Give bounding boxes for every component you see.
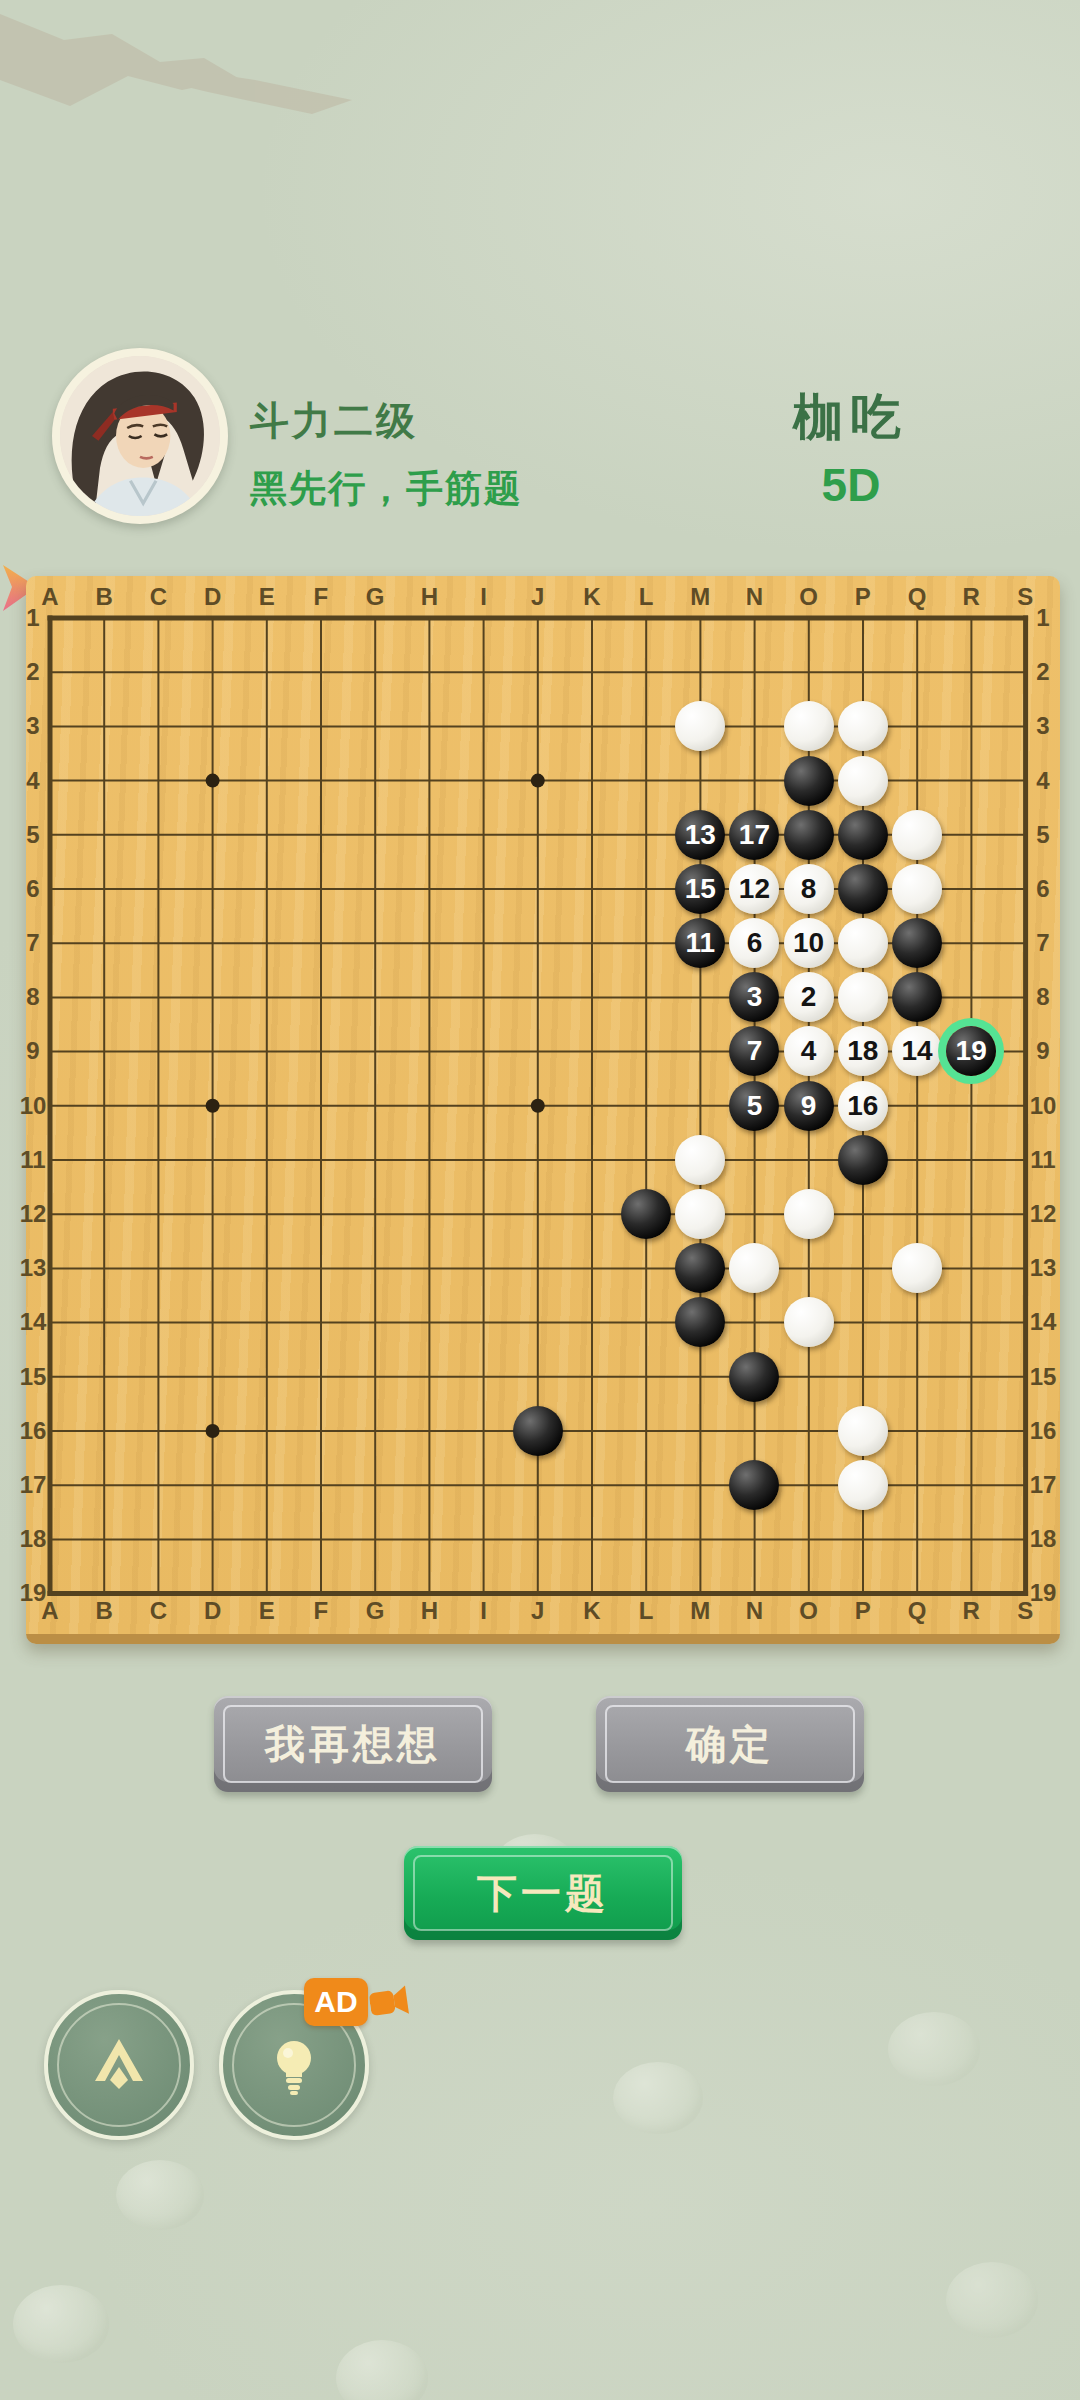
stone-O4 xyxy=(784,756,834,806)
stone-N17 xyxy=(729,1460,779,1510)
think-again-button[interactable]: 我再想想 xyxy=(214,1696,492,1792)
stone-O8: 2 xyxy=(784,972,834,1022)
player-strength-title: 斗力二级 xyxy=(250,394,418,448)
stone-M14 xyxy=(675,1297,725,1347)
ad-video-camera-icon xyxy=(367,1979,412,2024)
next-problem-button[interactable]: 下一题 xyxy=(404,1846,682,1940)
stone-N10: 5 xyxy=(729,1081,779,1131)
stone-N9: 7 xyxy=(729,1026,779,1076)
stone-P8 xyxy=(838,972,888,1022)
stone-P10: 16 xyxy=(838,1081,888,1131)
stone-M3 xyxy=(675,701,725,751)
decor-stone xyxy=(888,2012,980,2086)
decor-stone xyxy=(116,2160,204,2230)
decor-stone xyxy=(13,2285,109,2363)
stone-P16 xyxy=(838,1406,888,1456)
stone-O10: 9 xyxy=(784,1081,834,1131)
stone-N7: 6 xyxy=(729,918,779,968)
stone-N5: 17 xyxy=(729,810,779,860)
stone-O6: 8 xyxy=(784,864,834,914)
stone-P4 xyxy=(838,756,888,806)
stone-O9: 4 xyxy=(784,1026,834,1076)
go-board[interactable]: ABCDEFGHIJKLMNOPQRS ABCDEFGHIJKLMNOPQRS … xyxy=(26,576,1060,1644)
stone-L12 xyxy=(621,1189,671,1239)
stone-O12 xyxy=(784,1189,834,1239)
stone-M13 xyxy=(675,1243,725,1293)
stone-N13 xyxy=(729,1243,779,1293)
stone-Q9: 14 xyxy=(892,1026,942,1076)
stone-R9: 19 xyxy=(946,1026,996,1076)
stone-P6 xyxy=(838,864,888,914)
stone-M7: 11 xyxy=(675,918,725,968)
mountain-arrow-icon xyxy=(82,2033,156,2097)
stone-Q5 xyxy=(892,810,942,860)
stone-J16 xyxy=(513,1406,563,1456)
confirm-button[interactable]: 确定 xyxy=(596,1696,864,1792)
stone-Q8 xyxy=(892,972,942,1022)
lightbulb-icon xyxy=(262,2033,326,2097)
stone-Q6 xyxy=(892,864,942,914)
stone-N15 xyxy=(729,1352,779,1402)
stone-N6: 12 xyxy=(729,864,779,914)
rank-up-button[interactable] xyxy=(44,1990,194,2140)
stone-Q13 xyxy=(892,1243,942,1293)
stone-P17 xyxy=(838,1460,888,1510)
stone-P5 xyxy=(838,810,888,860)
stone-P11 xyxy=(838,1135,888,1185)
avatar-portrait xyxy=(60,356,220,516)
branch-watermark xyxy=(0,0,420,180)
stone-P3 xyxy=(838,701,888,751)
decor-stone xyxy=(336,2340,428,2400)
stone-O14 xyxy=(784,1297,834,1347)
problem-type: 枷吃 xyxy=(756,384,946,451)
stone-O3 xyxy=(784,701,834,751)
stone-M12 xyxy=(675,1189,725,1239)
task-description: 黑先行，手筋题 xyxy=(250,464,523,514)
stone-N8: 3 xyxy=(729,972,779,1022)
avatar[interactable] xyxy=(52,348,228,524)
ad-label: AD xyxy=(314,1985,357,2019)
stones-layer: 1317151281161032741814195916 xyxy=(23,591,1053,1621)
stone-O5 xyxy=(784,810,834,860)
stone-Q7 xyxy=(892,918,942,968)
stone-O7: 10 xyxy=(784,918,834,968)
stone-M6: 15 xyxy=(675,864,725,914)
problem-rank: 5D xyxy=(756,458,946,512)
ad-badge[interactable]: AD xyxy=(304,1978,414,2028)
stone-P9: 18 xyxy=(838,1026,888,1076)
stone-M11 xyxy=(675,1135,725,1185)
stone-P7 xyxy=(838,918,888,968)
decor-stone xyxy=(613,2062,703,2134)
decor-stone xyxy=(946,2262,1038,2338)
stone-M5: 13 xyxy=(675,810,725,860)
